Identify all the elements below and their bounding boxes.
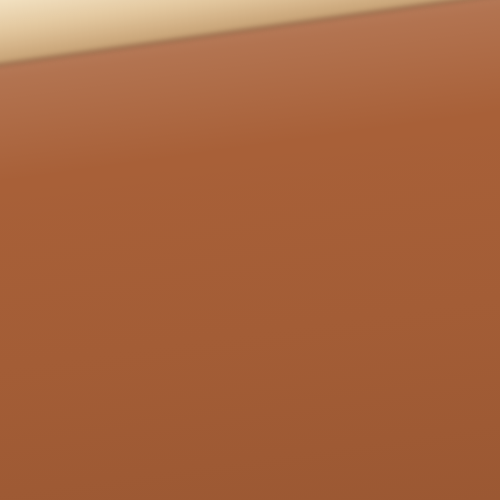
pieces-layer [0,0,500,500]
chessboard-photo [0,0,500,500]
